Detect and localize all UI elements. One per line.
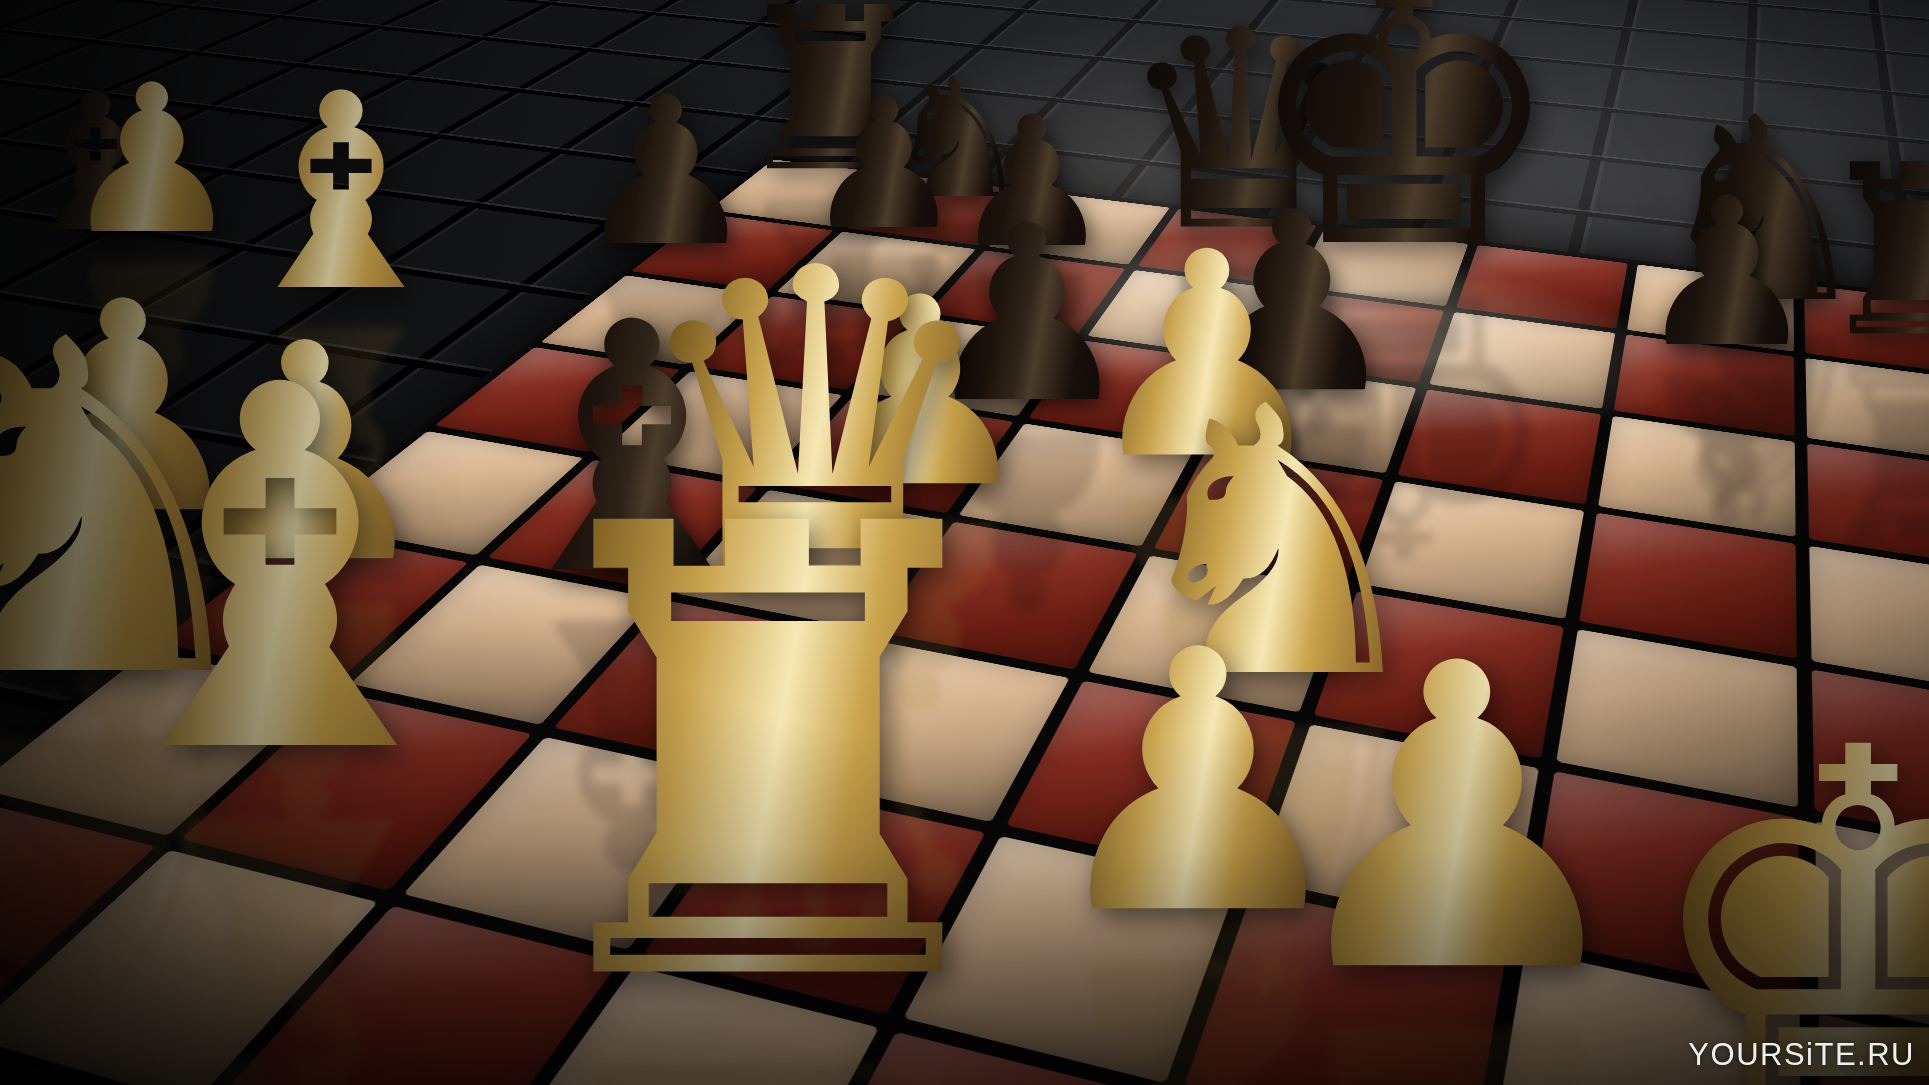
watermark: YOURSiTE.RU bbox=[1688, 1037, 1915, 1073]
black-pawn-g7[interactable]: ♟♟ bbox=[1635, 171, 1819, 376]
chess-scene: ♜♜♞♞♟♟♝♝♛♛♟♟♟♟♟♟♚♚♝♝♞♞♜♜♟♟♟♟♟♟♟♟♟♟♟♟♟♟♝♝… bbox=[0, 0, 1929, 1085]
white-pawn-e2[interactable]: ♟♟ bbox=[1269, 610, 1646, 1030]
pieces-layer: ♜♜♞♞♟♟♝♝♛♛♟♟♟♟♟♟♚♚♝♝♞♞♜♜♟♟♟♟♟♟♟♟♟♟♟♟♟♟♝♝… bbox=[0, 0, 1929, 1085]
piece-reflection: ♜ bbox=[1811, 331, 1929, 566]
piece-reflection: ♜ bbox=[490, 968, 1046, 1085]
piece-reflection: ♝ bbox=[56, 742, 504, 1085]
black-rook-h8[interactable]: ♜♜ bbox=[1811, 134, 1929, 369]
white-king-g2[interactable]: ♚♚ bbox=[1634, 685, 1929, 1085]
white-rook-c1[interactable]: ♜♜ bbox=[490, 447, 1046, 1067]
piece-reflection: ♟ bbox=[1269, 963, 1646, 1085]
white-bishop-a2[interactable]: ♝♝ bbox=[56, 322, 504, 822]
piece-reflection: ♟ bbox=[1635, 343, 1819, 548]
white-pawn-offboard-top-left[interactable]: ♟♟ bbox=[60, 58, 244, 263]
